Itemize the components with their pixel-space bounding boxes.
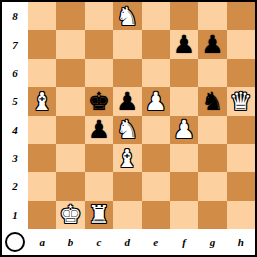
black-pawn[interactable]: ♟	[173, 32, 195, 57]
square-a3[interactable]	[28, 144, 56, 172]
square-f8[interactable]	[170, 2, 198, 30]
square-h7[interactable]	[227, 30, 255, 58]
square-c6[interactable]	[85, 59, 113, 87]
white-bishop[interactable]: ♝	[31, 89, 53, 114]
square-a6[interactable]	[28, 59, 56, 87]
square-g1[interactable]	[198, 201, 226, 229]
chess-board: ♞♟♟♝♚♟♟♞♛♟♞♟♝♚♜	[28, 2, 255, 229]
square-h2[interactable]	[227, 172, 255, 200]
rank-label-7: 7	[2, 30, 28, 58]
black-knight[interactable]: ♞	[201, 89, 223, 114]
square-d3[interactable]: ♝	[113, 144, 141, 172]
square-g5[interactable]: ♞	[198, 87, 226, 115]
square-c4[interactable]: ♟	[85, 116, 113, 144]
rank-label-6: 6	[2, 59, 28, 87]
file-label-f: f	[170, 229, 198, 255]
square-e8[interactable]	[142, 2, 170, 30]
square-g2[interactable]	[198, 172, 226, 200]
square-g8[interactable]	[198, 2, 226, 30]
rank-label-3: 3	[2, 144, 28, 172]
square-f5[interactable]	[170, 87, 198, 115]
rank-label-4: 4	[2, 116, 28, 144]
square-c2[interactable]	[85, 172, 113, 200]
file-label-a: a	[28, 229, 56, 255]
square-d5[interactable]: ♟	[113, 87, 141, 115]
rank-label-8: 8	[2, 2, 28, 30]
square-b2[interactable]	[56, 172, 84, 200]
square-b8[interactable]	[56, 2, 84, 30]
white-king[interactable]: ♚	[59, 202, 81, 227]
square-e1[interactable]	[142, 201, 170, 229]
file-labels: abcdefgh	[28, 229, 255, 255]
square-f2[interactable]	[170, 172, 198, 200]
white-to-move-indicator	[5, 232, 25, 252]
square-b1[interactable]: ♚	[56, 201, 84, 229]
square-a2[interactable]	[28, 172, 56, 200]
rank-label-2: 2	[2, 172, 28, 200]
square-h5[interactable]: ♛	[227, 87, 255, 115]
square-d6[interactable]	[113, 59, 141, 87]
square-a7[interactable]	[28, 30, 56, 58]
square-e3[interactable]	[142, 144, 170, 172]
square-h6[interactable]	[227, 59, 255, 87]
square-f4[interactable]: ♟	[170, 116, 198, 144]
square-d1[interactable]	[113, 201, 141, 229]
rank-labels: 87654321	[2, 2, 28, 229]
square-d4[interactable]: ♞	[113, 116, 141, 144]
square-e5[interactable]: ♟	[142, 87, 170, 115]
file-label-g: g	[198, 229, 226, 255]
white-rook[interactable]: ♜	[88, 202, 110, 227]
square-a4[interactable]	[28, 116, 56, 144]
square-f1[interactable]	[170, 201, 198, 229]
chess-diagram: 87654321 ♞♟♟♝♚♟♟♞♛♟♞♟♝♚♜ abcdefgh	[0, 0, 257, 257]
file-label-b: b	[56, 229, 84, 255]
file-label-c: c	[85, 229, 113, 255]
rank-label-1: 1	[2, 201, 28, 229]
square-a8[interactable]	[28, 2, 56, 30]
white-queen[interactable]: ♛	[230, 89, 252, 114]
square-b5[interactable]	[56, 87, 84, 115]
white-knight[interactable]: ♞	[116, 117, 138, 142]
square-h8[interactable]	[227, 2, 255, 30]
white-pawn[interactable]: ♟	[173, 117, 195, 142]
square-e4[interactable]	[142, 116, 170, 144]
black-pawn[interactable]: ♟	[88, 117, 110, 142]
square-c7[interactable]	[85, 30, 113, 58]
square-f3[interactable]	[170, 144, 198, 172]
square-h3[interactable]	[227, 144, 255, 172]
square-b7[interactable]	[56, 30, 84, 58]
square-c3[interactable]	[85, 144, 113, 172]
white-knight[interactable]: ♞	[116, 4, 138, 29]
file-label-e: e	[142, 229, 170, 255]
black-king[interactable]: ♚	[88, 89, 110, 114]
square-c5[interactable]: ♚	[85, 87, 113, 115]
square-b3[interactable]	[56, 144, 84, 172]
square-g3[interactable]	[198, 144, 226, 172]
square-c1[interactable]: ♜	[85, 201, 113, 229]
square-e2[interactable]	[142, 172, 170, 200]
square-g7[interactable]: ♟	[198, 30, 226, 58]
square-e7[interactable]	[142, 30, 170, 58]
black-pawn[interactable]: ♟	[116, 89, 138, 114]
square-h1[interactable]	[227, 201, 255, 229]
square-a5[interactable]: ♝	[28, 87, 56, 115]
square-d2[interactable]	[113, 172, 141, 200]
square-a1[interactable]	[28, 201, 56, 229]
square-g6[interactable]	[198, 59, 226, 87]
rank-label-5: 5	[2, 87, 28, 115]
file-label-d: d	[113, 229, 141, 255]
file-label-h: h	[227, 229, 255, 255]
square-d7[interactable]	[113, 30, 141, 58]
square-g4[interactable]	[198, 116, 226, 144]
square-d8[interactable]: ♞	[113, 2, 141, 30]
black-pawn[interactable]: ♟	[201, 32, 223, 57]
square-f6[interactable]	[170, 59, 198, 87]
square-f7[interactable]: ♟	[170, 30, 198, 58]
white-bishop[interactable]: ♝	[116, 146, 138, 171]
square-e6[interactable]	[142, 59, 170, 87]
square-c8[interactable]	[85, 2, 113, 30]
square-h4[interactable]	[227, 116, 255, 144]
square-b4[interactable]	[56, 116, 84, 144]
white-pawn[interactable]: ♟	[144, 89, 166, 114]
square-b6[interactable]	[56, 59, 84, 87]
